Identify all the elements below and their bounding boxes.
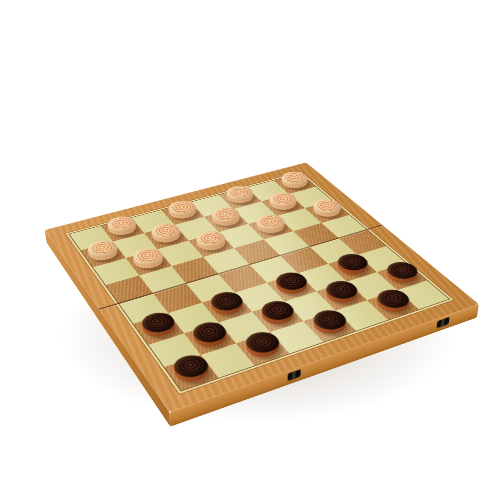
square-d4[interactable] — [219, 265, 267, 293]
clasp-icon — [288, 369, 301, 381]
square-a5[interactable] — [106, 275, 154, 303]
hinge-icon — [437, 317, 450, 328]
product-photo-scene — [90, 105, 410, 425]
square-b4[interactable] — [153, 284, 202, 313]
